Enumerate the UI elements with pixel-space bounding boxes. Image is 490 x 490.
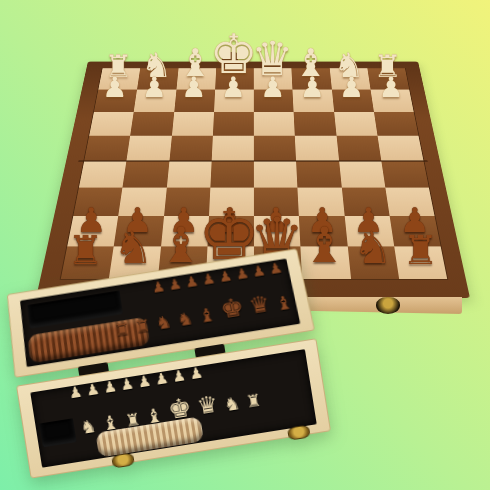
case-piece-dark-B: ♝ [274, 293, 294, 313]
piece-white-P-e2[interactable]: ♟ [221, 74, 246, 102]
square-g3[interactable] [130, 112, 173, 136]
case-piece-light-P: ♟ [102, 379, 118, 396]
case-piece-dark-N: ♞ [155, 313, 173, 333]
square-c4[interactable] [295, 136, 339, 161]
case-piece-light-K: ♚ [166, 394, 193, 423]
piece-white-P-a2[interactable]: ♟ [379, 74, 404, 102]
case-piece-dark-Q: ♛ [247, 293, 271, 318]
case-piece-light-R: ♜ [245, 392, 263, 411]
board-clasp-latch[interactable] [376, 297, 400, 314]
case-piece-light-Q: ♛ [196, 393, 220, 419]
piece-black-N-g8[interactable]: ♞ [114, 226, 153, 270]
square-b5[interactable] [339, 161, 385, 188]
case-piece-dark-P: ♟ [268, 261, 284, 277]
square-d5[interactable] [254, 161, 298, 188]
piece-black-R-h8[interactable]: ♜ [68, 230, 104, 270]
square-b3[interactable] [334, 112, 378, 136]
case-piece-light-B: ♝ [145, 405, 165, 426]
square-f3[interactable] [172, 112, 214, 136]
piece-white-P-d2[interactable]: ♟ [260, 74, 285, 102]
square-d4[interactable] [254, 136, 296, 161]
tray-accessory-slot [39, 418, 76, 447]
case-piece-dark-B: ♝ [197, 305, 217, 326]
case-piece-dark-R: ♜ [113, 321, 130, 340]
case-piece-light-P: ♟ [137, 374, 153, 391]
case-piece-light-B: ♝ [101, 412, 121, 433]
square-g4[interactable] [127, 136, 172, 161]
case-piece-dark-P: ♟ [168, 277, 183, 293]
lid-piece-row: ♜♜♞♞♝♚♛♝ [112, 286, 294, 339]
square-a3[interactable] [374, 112, 419, 136]
square-b4[interactable] [336, 136, 381, 161]
case-piece-light-N: ♞ [223, 394, 242, 414]
square-a5[interactable] [381, 161, 429, 188]
square-g5[interactable] [123, 161, 169, 188]
piece-white-P-b2[interactable]: ♟ [339, 74, 364, 102]
case-latch-icon[interactable] [287, 425, 311, 441]
case-piece-dark-R: ♜ [134, 317, 151, 335]
case-piece-dark-N: ♞ [176, 310, 195, 330]
piece-black-B-c8[interactable]: ♝ [303, 221, 347, 270]
square-f5[interactable] [166, 161, 211, 188]
case-piece-light-P: ♟ [188, 365, 204, 382]
square-e4[interactable] [211, 136, 253, 161]
case-piece-light-R: ♜ [124, 411, 142, 430]
square-h4[interactable] [84, 136, 130, 161]
case-piece-light-P: ♟ [68, 385, 84, 402]
case-piece-light-N: ♞ [79, 417, 98, 437]
piece-white-P-f2[interactable]: ♟ [181, 74, 206, 102]
square-a4[interactable] [377, 136, 423, 161]
piece-white-P-c2[interactable]: ♟ [300, 74, 325, 102]
case-piece-light-P: ♟ [85, 382, 101, 399]
square-c5[interactable] [296, 161, 341, 188]
case-piece-dark-P: ♟ [218, 269, 234, 285]
square-c3[interactable] [294, 112, 336, 136]
case-piece-dark-P: ♟ [251, 264, 267, 280]
piece-black-R-a8[interactable]: ♜ [403, 230, 439, 270]
piece-white-P-g2[interactable]: ♟ [142, 74, 167, 102]
square-e5[interactable] [210, 161, 254, 188]
piece-black-N-b8[interactable]: ♞ [353, 226, 392, 270]
square-h3[interactable] [89, 112, 134, 136]
case-piece-dark-K: ♚ [219, 294, 246, 322]
case-piece-dark-P: ♟ [201, 272, 216, 288]
board-fold-seam [78, 160, 428, 162]
square-h5[interactable] [79, 161, 127, 188]
case-piece-dark-P: ♟ [234, 267, 250, 283]
case-piece-light-P: ♟ [120, 376, 136, 393]
square-e3[interactable] [213, 112, 254, 136]
case-piece-light-P: ♟ [171, 368, 187, 385]
case-piece-dark-P: ♟ [184, 275, 199, 291]
square-d3[interactable] [254, 112, 295, 136]
square-f4[interactable] [169, 136, 213, 161]
case-piece-dark-P: ♟ [151, 280, 166, 296]
piece-white-P-h2[interactable]: ♟ [102, 74, 127, 102]
case-piece-light-P: ♟ [154, 371, 170, 388]
